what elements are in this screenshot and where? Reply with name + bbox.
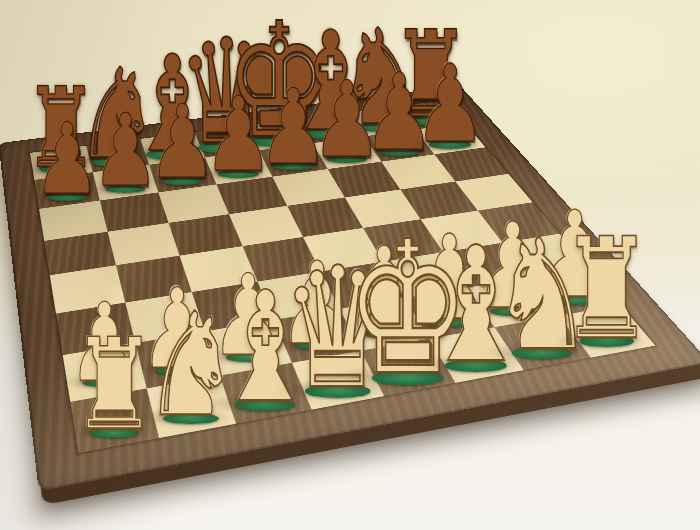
black-pawn-icon: ♟ [33, 111, 100, 209]
photo-stage: ♜♞♝♛♚♝♞♜♟♟♟♟♟♟♟♟♟♟♟♟♟♟♟♟♜♞♝♛♚♝♞♜ [0, 0, 700, 530]
black-pawn-icon: ♟ [414, 51, 487, 158]
pieces-layer: ♜♞♝♛♚♝♞♜♟♟♟♟♟♟♟♟♟♟♟♟♟♟♟♟♜♞♝♛♚♝♞♜ [0, 0, 700, 530]
white-rook-icon: ♜ [560, 220, 654, 359]
